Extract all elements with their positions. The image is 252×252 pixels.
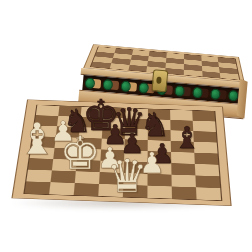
brass-clasp-icon [151, 69, 168, 92]
clasp-keyhole [156, 76, 162, 83]
board-square-c2 [75, 171, 100, 184]
storage-slot-7 [192, 86, 210, 100]
board-square-f1 [147, 186, 172, 199]
board-square-c1 [74, 183, 99, 196]
chess-board [11, 100, 231, 206]
board-square-e1 [123, 185, 148, 198]
board-square-f7 [148, 119, 171, 130]
board-square-b1 [49, 182, 75, 195]
board-square-b6 [56, 126, 80, 137]
board-square-g1 [172, 186, 197, 199]
board-square-f5 [148, 140, 171, 152]
lid-square [128, 65, 147, 72]
board-square-a6 [33, 126, 57, 137]
board-square-a2 [26, 170, 52, 183]
board-square-h5 [194, 142, 218, 154]
board-square-c7 [80, 117, 103, 128]
board-square-b4 [53, 148, 78, 160]
board-square-f3 [148, 162, 172, 174]
product-photo-chess-set: ♝♟♞♚♟♛♟♞♝♟♚♟♛♟ [0, 0, 252, 252]
board-square-d5 [101, 139, 125, 151]
board-square-c3 [76, 160, 101, 172]
board-square-g3 [171, 163, 195, 175]
chess-board-scene [0, 100, 252, 230]
lid-square [184, 69, 203, 76]
board-square-b5 [55, 137, 79, 149]
storage-slot-6 [174, 84, 192, 98]
board-square-d6 [102, 128, 125, 139]
board-square-c6 [79, 127, 103, 138]
board-square-a4 [30, 147, 55, 159]
lid-square [109, 63, 129, 70]
board-square-b2 [51, 170, 76, 183]
board-square-g6 [171, 130, 194, 141]
storage-slot-2 [102, 78, 120, 92]
board-square-b3 [52, 159, 77, 171]
storage-slot-1 [84, 76, 102, 90]
board-grid [23, 105, 222, 201]
board-square-e4 [124, 150, 148, 162]
board-square-e6 [125, 129, 148, 140]
board-square-g5 [171, 141, 195, 153]
board-square-h6 [193, 131, 217, 142]
board-square-g7 [170, 120, 193, 131]
board-square-f2 [147, 174, 171, 187]
lid-square [91, 61, 111, 68]
board-square-a5 [31, 136, 56, 148]
board-square-h1 [196, 187, 221, 200]
board-square-h4 [194, 153, 218, 165]
board-square-g2 [171, 175, 195, 188]
board-square-c5 [78, 138, 102, 150]
lid-square [220, 73, 239, 80]
board-square-d7 [102, 118, 125, 129]
board-square-e3 [124, 161, 148, 173]
board-square-a7 [34, 115, 58, 126]
board-square-h3 [195, 164, 219, 176]
board-square-a3 [28, 158, 53, 170]
board-square-e7 [125, 118, 148, 129]
board-square-f6 [148, 129, 171, 140]
board-square-b7 [57, 116, 81, 127]
board-square-g4 [171, 152, 195, 164]
board-square-e5 [124, 139, 147, 151]
board-square-e2 [123, 173, 147, 186]
board-square-a1 [25, 181, 51, 194]
lid-square [202, 71, 221, 78]
storage-slot-3 [120, 79, 138, 93]
board-square-d1 [98, 184, 123, 197]
board-square-h2 [195, 175, 220, 188]
board-square-c4 [77, 149, 101, 161]
board-square-d2 [99, 172, 124, 185]
board-square-d3 [100, 161, 124, 173]
board-square-f4 [148, 151, 172, 163]
board-square-d4 [100, 149, 124, 161]
